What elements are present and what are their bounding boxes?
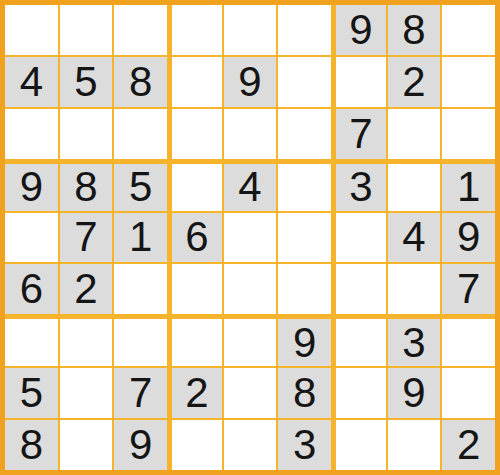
cell-r8c3: 7	[114, 368, 167, 418]
cell-r1c5[interactable]	[224, 5, 277, 55]
cell-r7c4[interactable]	[169, 316, 222, 366]
cell-r3c3[interactable]	[114, 109, 167, 159]
cell-r8c8: 9	[388, 368, 441, 418]
cell-r3c6[interactable]	[278, 109, 331, 159]
cell-r9c5[interactable]	[224, 420, 277, 470]
cell-r1c9[interactable]	[442, 5, 495, 55]
cell-r2c5: 9	[224, 57, 277, 107]
cell-r6c8[interactable]	[388, 264, 441, 314]
cell-r9c3: 9	[114, 420, 167, 470]
cell-r3c5[interactable]	[224, 109, 277, 159]
cell-r7c3[interactable]	[114, 316, 167, 366]
cell-r3c2[interactable]	[60, 109, 113, 159]
cell-r5c2: 7	[60, 213, 113, 263]
cell-r6c9: 7	[442, 264, 495, 314]
cell-r9c7[interactable]	[333, 420, 386, 470]
cell-r1c6[interactable]	[278, 5, 331, 55]
cell-r5c7[interactable]	[333, 213, 386, 263]
cell-r3c7: 7	[333, 109, 386, 159]
cell-r5c4: 6	[169, 213, 222, 263]
cell-r9c2[interactable]	[60, 420, 113, 470]
cell-r2c6[interactable]	[278, 57, 331, 107]
cell-r4c7: 3	[333, 161, 386, 211]
cell-r3c4[interactable]	[169, 109, 222, 159]
cell-r6c6[interactable]	[278, 264, 331, 314]
cell-r7c5[interactable]	[224, 316, 277, 366]
cell-r8c5[interactable]	[224, 368, 277, 418]
cell-r5c8: 4	[388, 213, 441, 263]
cell-r8c1: 5	[5, 368, 58, 418]
cell-r4c9: 1	[442, 161, 495, 211]
cell-r8c7[interactable]	[333, 368, 386, 418]
cell-r5c5[interactable]	[224, 213, 277, 263]
cell-r2c4[interactable]	[169, 57, 222, 107]
cell-r1c3[interactable]	[114, 5, 167, 55]
cell-r9c8[interactable]	[388, 420, 441, 470]
cell-r2c2: 5	[60, 57, 113, 107]
cell-r7c6: 9	[278, 316, 331, 366]
cell-r7c1[interactable]	[5, 316, 58, 366]
sudoku-board: 984589279854317164962793572898932	[0, 0, 500, 475]
cell-r8c9[interactable]	[442, 368, 495, 418]
cell-r7c2[interactable]	[60, 316, 113, 366]
cell-r9c4[interactable]	[169, 420, 222, 470]
cell-r4c6[interactable]	[278, 161, 331, 211]
cell-r1c7: 9	[333, 5, 386, 55]
cell-r7c7[interactable]	[333, 316, 386, 366]
cell-r2c3: 8	[114, 57, 167, 107]
cell-r9c9: 2	[442, 420, 495, 470]
cell-r4c1: 9	[5, 161, 58, 211]
cell-r7c8: 3	[388, 316, 441, 366]
cell-r5c9: 9	[442, 213, 495, 263]
cell-r1c1[interactable]	[5, 5, 58, 55]
cell-r4c8[interactable]	[388, 161, 441, 211]
cell-r3c9[interactable]	[442, 109, 495, 159]
cell-r7c9[interactable]	[442, 316, 495, 366]
cell-r2c1: 4	[5, 57, 58, 107]
cell-r1c4[interactable]	[169, 5, 222, 55]
cell-r6c3[interactable]	[114, 264, 167, 314]
cell-r4c5: 4	[224, 161, 277, 211]
cell-r5c1[interactable]	[5, 213, 58, 263]
cell-r8c2[interactable]	[60, 368, 113, 418]
cell-r8c6: 8	[278, 368, 331, 418]
cell-r1c8: 8	[388, 5, 441, 55]
cell-r4c3: 5	[114, 161, 167, 211]
cell-r2c8: 2	[388, 57, 441, 107]
cell-r3c1[interactable]	[5, 109, 58, 159]
cell-r9c6: 3	[278, 420, 331, 470]
cell-r6c1: 6	[5, 264, 58, 314]
cell-r6c7[interactable]	[333, 264, 386, 314]
cell-r6c4[interactable]	[169, 264, 222, 314]
cell-r6c5[interactable]	[224, 264, 277, 314]
cell-r4c4[interactable]	[169, 161, 222, 211]
cell-r6c2: 2	[60, 264, 113, 314]
cell-r4c2: 8	[60, 161, 113, 211]
cell-r2c9[interactable]	[442, 57, 495, 107]
cell-r1c2[interactable]	[60, 5, 113, 55]
cell-r8c4: 2	[169, 368, 222, 418]
cell-r3c8[interactable]	[388, 109, 441, 159]
cell-r2c7[interactable]	[333, 57, 386, 107]
cell-r9c1: 8	[5, 420, 58, 470]
cell-r5c3: 1	[114, 213, 167, 263]
cell-r5c6[interactable]	[278, 213, 331, 263]
